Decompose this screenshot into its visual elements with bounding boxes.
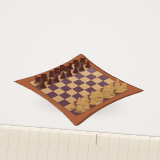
chess-board: ♜♞♝♛♚♝♞♜♟♟♟♟♟♟♟♟♟♟♟♟♟♟♟♟♜♞♝♛♚♝♞♜ bbox=[13, 53, 144, 127]
board-scene: ♜♞♝♛♚♝♞♜♟♟♟♟♟♟♟♟♟♟♟♟♟♟♟♟♜♞♝♛♚♝♞♜ bbox=[0, 0, 160, 160]
piece-white-rook[interactable]: ♜ bbox=[74, 105, 84, 115]
piece-black-pawn[interactable]: ♟ bbox=[38, 80, 47, 90]
chess-set-photo: ♜♞♝♛♚♝♞♜♟♟♟♟♟♟♟♟♟♟♟♟♟♟♟♟♜♞♝♛♚♝♞♜ bbox=[0, 0, 160, 160]
